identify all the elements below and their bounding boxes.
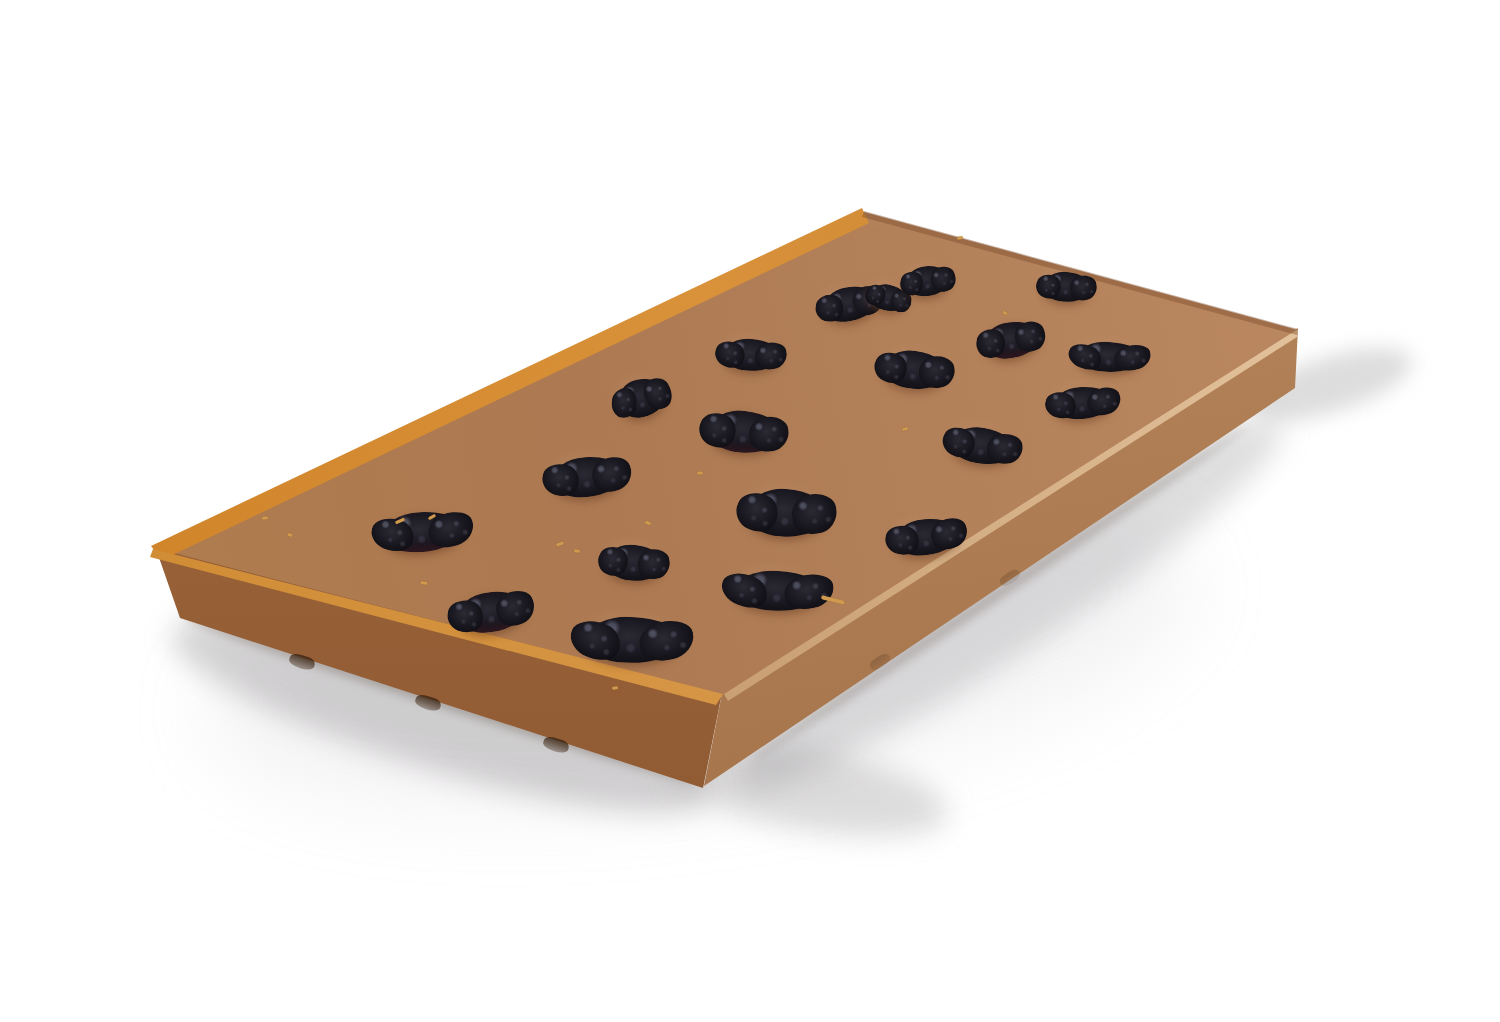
crumbs-layer [0,0,1500,1022]
crumb-fleck [645,521,652,526]
crumb-fleck [902,427,909,431]
crumb-fleck [957,236,963,240]
crumb-fleck [697,472,703,475]
crumb-fleck [1002,310,1008,315]
photo-stage [0,0,1500,1022]
crumb-fleck [262,516,268,520]
crumb-fleck [556,541,565,547]
crumb-fleck [574,549,580,553]
chocolate-bar [0,0,1500,1022]
crumb-fleck [612,686,618,690]
crumb-fleck [428,514,436,521]
crumb-fleck [395,518,405,525]
crumb-fleck [287,533,293,537]
crumb-fleck [821,595,845,605]
crumb-fleck [420,581,427,585]
